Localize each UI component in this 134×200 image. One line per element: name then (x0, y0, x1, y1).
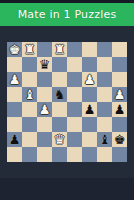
square-f3[interactable] (82, 117, 97, 132)
piece-black-knight[interactable]: ♞ (52, 87, 67, 102)
app-screen: Mate in 1 Puzzles ♚♜♜♛♟♟♝♞♟♟♟♟♟♛♝♚ (0, 0, 134, 200)
square-a5[interactable] (7, 87, 22, 102)
square-d8[interactable]: ♜ (52, 42, 67, 57)
square-e1[interactable] (67, 147, 82, 162)
square-a4[interactable] (7, 102, 22, 117)
square-e6[interactable] (67, 72, 82, 87)
square-b5[interactable]: ♝ (22, 87, 37, 102)
square-a3[interactable] (7, 117, 22, 132)
square-c5[interactable] (37, 87, 52, 102)
square-f8[interactable] (82, 42, 97, 57)
square-c6[interactable] (37, 72, 52, 87)
square-a7[interactable] (7, 57, 22, 72)
piece-white-bishop[interactable]: ♝ (22, 87, 37, 102)
square-f1[interactable] (82, 147, 97, 162)
square-d2[interactable]: ♛ (52, 132, 67, 147)
square-g2[interactable]: ♝ (97, 132, 112, 147)
square-a6[interactable]: ♟ (7, 72, 22, 87)
square-h2[interactable]: ♚ (112, 132, 127, 147)
square-b2[interactable] (22, 132, 37, 147)
piece-black-bishop[interactable]: ♝ (97, 132, 112, 147)
square-h7[interactable] (112, 57, 127, 72)
square-c2[interactable] (37, 132, 52, 147)
square-b1[interactable] (22, 147, 37, 162)
square-c7[interactable]: ♛ (37, 57, 52, 72)
square-e7[interactable] (67, 57, 82, 72)
square-g1[interactable] (97, 147, 112, 162)
piece-black-pawn[interactable]: ♟ (112, 102, 127, 117)
square-b7[interactable] (22, 57, 37, 72)
square-e3[interactable] (67, 117, 82, 132)
square-d7[interactable] (52, 57, 67, 72)
square-g5[interactable] (97, 87, 112, 102)
square-g3[interactable] (97, 117, 112, 132)
square-h6[interactable] (112, 72, 127, 87)
square-f2[interactable] (82, 132, 97, 147)
square-f6[interactable]: ♟ (82, 72, 97, 87)
square-a8[interactable]: ♚ (7, 42, 22, 57)
square-f4[interactable]: ♟ (82, 102, 97, 117)
chess-board[interactable]: ♚♜♜♛♟♟♝♞♟♟♟♟♟♛♝♚ (7, 42, 127, 162)
square-h8[interactable] (112, 42, 127, 57)
square-c1[interactable] (37, 147, 52, 162)
square-g7[interactable] (97, 57, 112, 72)
square-a1[interactable] (7, 147, 22, 162)
piece-white-pawn[interactable]: ♟ (82, 72, 97, 87)
square-h5[interactable]: ♟ (112, 87, 127, 102)
chess-board-container: ♚♜♜♛♟♟♝♞♟♟♟♟♟♛♝♚ (7, 42, 127, 162)
square-c3[interactable] (37, 117, 52, 132)
footer-area (0, 178, 134, 200)
square-e4[interactable] (67, 102, 82, 117)
square-h4[interactable]: ♟ (112, 102, 127, 117)
piece-white-pawn[interactable]: ♟ (37, 102, 52, 117)
square-g6[interactable] (97, 72, 112, 87)
square-e2[interactable] (67, 132, 82, 147)
square-b6[interactable] (22, 72, 37, 87)
square-b3[interactable] (22, 117, 37, 132)
page-title: Mate in 1 Puzzles (18, 8, 117, 21)
piece-white-queen[interactable]: ♛ (52, 132, 67, 147)
square-h3[interactable] (112, 117, 127, 132)
square-e5[interactable] (67, 87, 82, 102)
square-d1[interactable] (52, 147, 67, 162)
square-b8[interactable]: ♜ (22, 42, 37, 57)
square-d5[interactable]: ♞ (52, 87, 67, 102)
square-d6[interactable] (52, 72, 67, 87)
square-c8[interactable] (37, 42, 52, 57)
piece-black-queen[interactable]: ♛ (37, 57, 52, 72)
square-g8[interactable] (97, 42, 112, 57)
square-b4[interactable] (22, 102, 37, 117)
square-f7[interactable] (82, 57, 97, 72)
piece-white-rook[interactable]: ♜ (52, 42, 67, 57)
piece-white-pawn[interactable]: ♟ (112, 87, 127, 102)
piece-white-king[interactable]: ♚ (7, 42, 22, 57)
square-a2[interactable]: ♟ (7, 132, 22, 147)
square-h1[interactable] (112, 147, 127, 162)
square-c4[interactable]: ♟ (37, 102, 52, 117)
piece-black-king[interactable]: ♚ (112, 132, 127, 147)
piece-black-pawn[interactable]: ♟ (7, 132, 22, 147)
square-g4[interactable] (97, 102, 112, 117)
piece-black-pawn[interactable]: ♟ (82, 102, 97, 117)
piece-white-rook[interactable]: ♜ (22, 42, 37, 57)
piece-white-pawn[interactable]: ♟ (7, 72, 22, 87)
square-f5[interactable] (82, 87, 97, 102)
square-d3[interactable] (52, 117, 67, 132)
square-e8[interactable] (67, 42, 82, 57)
app-header: Mate in 1 Puzzles (0, 3, 134, 26)
square-d4[interactable] (52, 102, 67, 117)
